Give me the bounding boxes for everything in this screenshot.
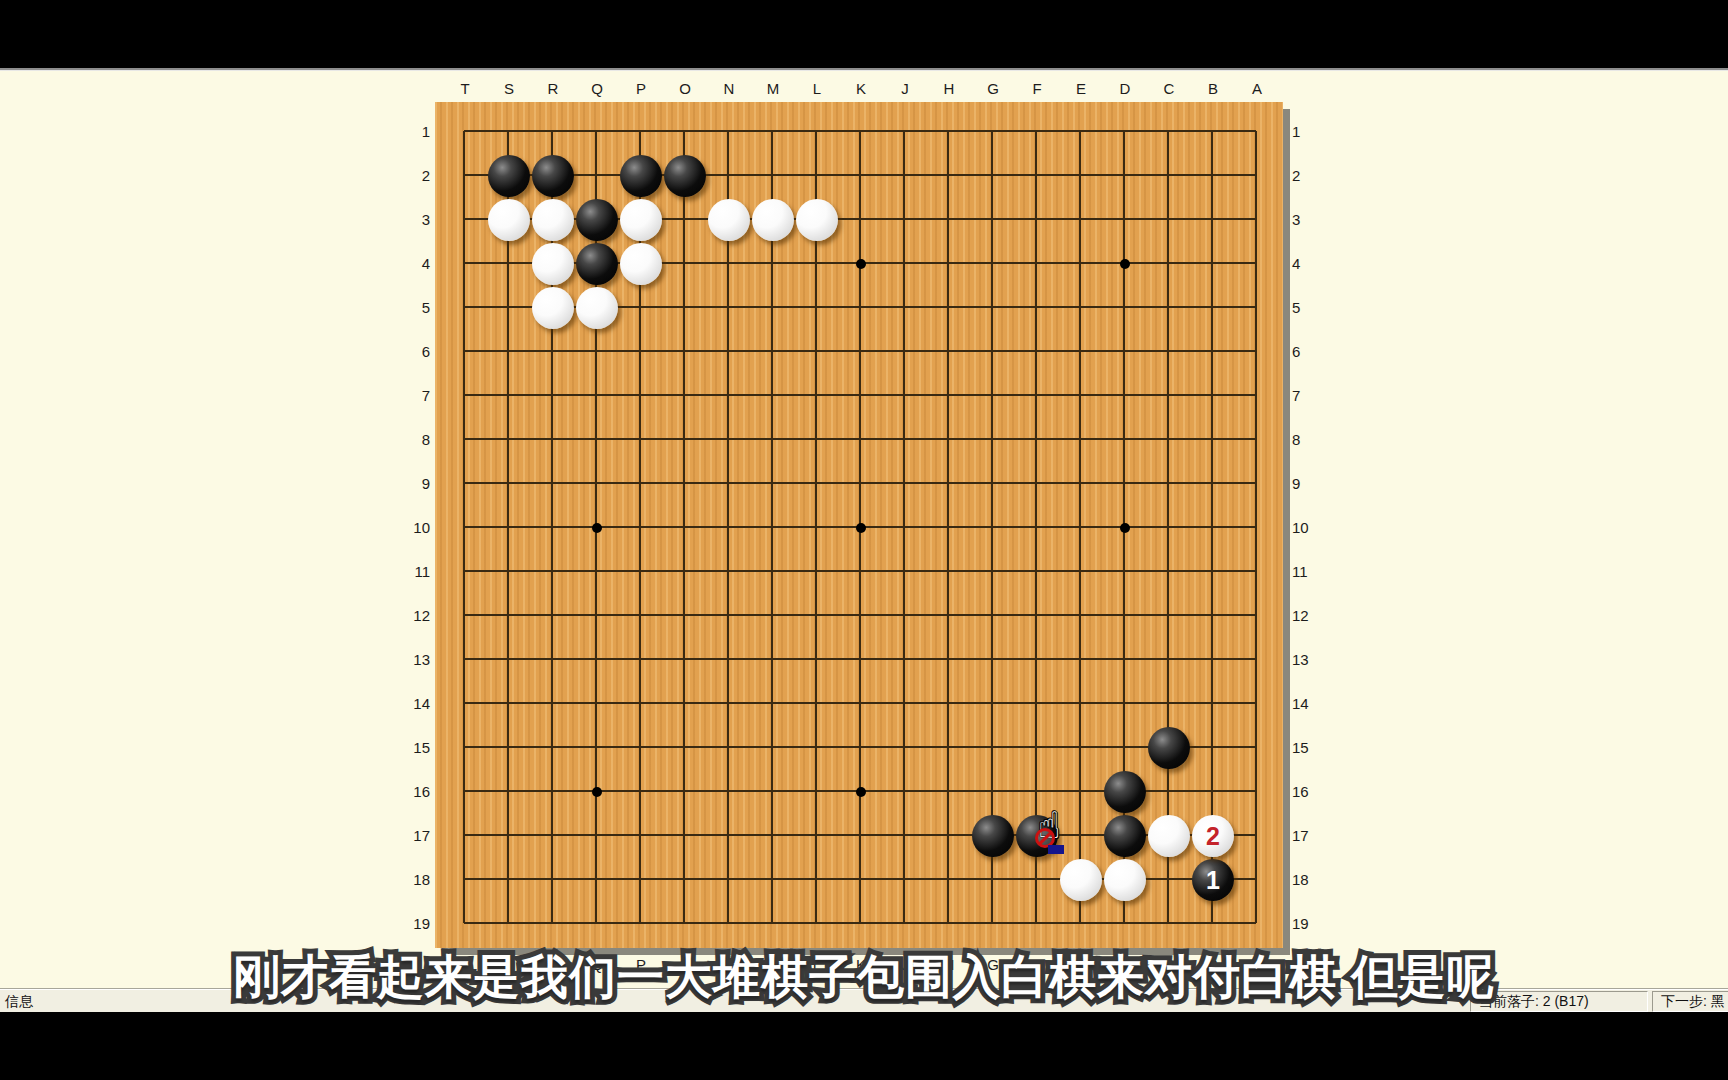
star-point bbox=[1120, 259, 1130, 269]
white-stone-E18[interactable] bbox=[1060, 859, 1102, 901]
row-label-left-11: 11 bbox=[396, 563, 430, 581]
col-label-top-R: R bbox=[541, 80, 565, 98]
col-label-top-D: D bbox=[1113, 80, 1137, 98]
star-point bbox=[1120, 523, 1130, 533]
row-label-right-4: 4 bbox=[1292, 255, 1332, 273]
star-point bbox=[592, 787, 602, 797]
col-label-top-F: F bbox=[1025, 80, 1049, 98]
col-label-top-E: E bbox=[1069, 80, 1093, 98]
row-label-left-1: 1 bbox=[396, 123, 430, 141]
row-label-right-10: 10 bbox=[1292, 519, 1332, 537]
white-stone-C17[interactable] bbox=[1148, 815, 1190, 857]
star-point bbox=[856, 259, 866, 269]
row-label-left-8: 8 bbox=[396, 431, 430, 449]
row-label-right-5: 5 bbox=[1292, 299, 1332, 317]
black-stone-D16[interactable] bbox=[1104, 771, 1146, 813]
black-stone-G17[interactable] bbox=[972, 815, 1014, 857]
row-label-right-19: 19 bbox=[1292, 915, 1332, 933]
row-label-left-2: 2 bbox=[396, 167, 430, 185]
row-label-right-12: 12 bbox=[1292, 607, 1332, 625]
row-label-right-18: 18 bbox=[1292, 871, 1332, 889]
row-label-left-12: 12 bbox=[396, 607, 430, 625]
col-label-top-H: H bbox=[937, 80, 961, 98]
col-label-top-M: M bbox=[761, 80, 785, 98]
col-label-top-S: S bbox=[497, 80, 521, 98]
row-label-right-15: 15 bbox=[1292, 739, 1332, 757]
white-stone-D18[interactable] bbox=[1104, 859, 1146, 901]
white-stone-R5[interactable] bbox=[532, 287, 574, 329]
white-stone-Q5[interactable] bbox=[576, 287, 618, 329]
white-stone-P4[interactable] bbox=[620, 243, 662, 285]
col-label-top-P: P bbox=[629, 80, 653, 98]
white-stone-P3[interactable] bbox=[620, 199, 662, 241]
black-stone-Q3[interactable] bbox=[576, 199, 618, 241]
row-label-left-7: 7 bbox=[396, 387, 430, 405]
col-label-top-G: G bbox=[981, 80, 1005, 98]
black-stone-O2[interactable] bbox=[664, 155, 706, 197]
col-label-top-A: A bbox=[1245, 80, 1269, 98]
row-label-right-13: 13 bbox=[1292, 651, 1332, 669]
row-label-left-5: 5 bbox=[396, 299, 430, 317]
row-label-right-17: 17 bbox=[1292, 827, 1332, 845]
row-label-left-13: 13 bbox=[396, 651, 430, 669]
row-label-left-18: 18 bbox=[396, 871, 430, 889]
white-stone-S3[interactable] bbox=[488, 199, 530, 241]
star-point bbox=[856, 787, 866, 797]
black-stone-P2[interactable] bbox=[620, 155, 662, 197]
white-stone-R3[interactable] bbox=[532, 199, 574, 241]
row-label-right-3: 3 bbox=[1292, 211, 1332, 229]
row-label-left-17: 17 bbox=[396, 827, 430, 845]
move-number-label: 1 bbox=[1206, 866, 1220, 895]
white-stone-M3[interactable] bbox=[752, 199, 794, 241]
black-stone-D17[interactable] bbox=[1104, 815, 1146, 857]
row-label-left-14: 14 bbox=[396, 695, 430, 713]
black-stone-Q4[interactable] bbox=[576, 243, 618, 285]
row-label-right-11: 11 bbox=[1292, 563, 1332, 581]
row-label-left-4: 4 bbox=[396, 255, 430, 273]
screen: 12 TTSSRRQQPPOONNMMLLKKJJHHGGFFEEDDCCBBA… bbox=[0, 0, 1728, 1080]
black-stone-F17[interactable] bbox=[1016, 815, 1058, 857]
top-letterbox-bar bbox=[0, 0, 1728, 68]
row-label-right-1: 1 bbox=[1292, 123, 1332, 141]
row-label-right-2: 2 bbox=[1292, 167, 1332, 185]
row-label-left-9: 9 bbox=[396, 475, 430, 493]
col-label-top-L: L bbox=[805, 80, 829, 98]
move-number-label: 2 bbox=[1206, 822, 1220, 851]
bottom-letterbox-bar bbox=[0, 1012, 1728, 1080]
col-label-top-J: J bbox=[893, 80, 917, 98]
row-label-left-16: 16 bbox=[396, 783, 430, 801]
col-label-top-Q: Q bbox=[585, 80, 609, 98]
col-label-top-B: B bbox=[1201, 80, 1225, 98]
row-label-left-15: 15 bbox=[396, 739, 430, 757]
black-stone-C15[interactable] bbox=[1148, 727, 1190, 769]
row-label-right-9: 9 bbox=[1292, 475, 1332, 493]
col-label-top-N: N bbox=[717, 80, 741, 98]
row-label-right-6: 6 bbox=[1292, 343, 1332, 361]
go-board[interactable]: 12 bbox=[435, 102, 1283, 948]
white-stone-B17[interactable]: 2 bbox=[1192, 815, 1234, 857]
row-label-right-8: 8 bbox=[1292, 431, 1332, 449]
star-point bbox=[592, 523, 602, 533]
col-label-top-K: K bbox=[849, 80, 873, 98]
white-stone-R4[interactable] bbox=[532, 243, 574, 285]
star-point bbox=[856, 523, 866, 533]
black-stone-R2[interactable] bbox=[532, 155, 574, 197]
row-label-right-14: 14 bbox=[1292, 695, 1332, 713]
row-label-left-10: 10 bbox=[396, 519, 430, 537]
row-label-left-6: 6 bbox=[396, 343, 430, 361]
row-label-left-19: 19 bbox=[396, 915, 430, 933]
video-subtitle: 刚才看起来是我们一大堆棋子包围入白棋来对付白棋 但是呢 bbox=[0, 946, 1728, 1009]
white-stone-L3[interactable] bbox=[796, 199, 838, 241]
col-label-top-C: C bbox=[1157, 80, 1181, 98]
black-stone-B18[interactable]: 1 bbox=[1192, 859, 1234, 901]
window-border-line bbox=[0, 68, 1728, 71]
row-label-left-3: 3 bbox=[396, 211, 430, 229]
col-label-top-O: O bbox=[673, 80, 697, 98]
black-stone-S2[interactable] bbox=[488, 155, 530, 197]
col-label-top-T: T bbox=[453, 80, 477, 98]
white-stone-N3[interactable] bbox=[708, 199, 750, 241]
row-label-right-7: 7 bbox=[1292, 387, 1332, 405]
row-label-right-16: 16 bbox=[1292, 783, 1332, 801]
